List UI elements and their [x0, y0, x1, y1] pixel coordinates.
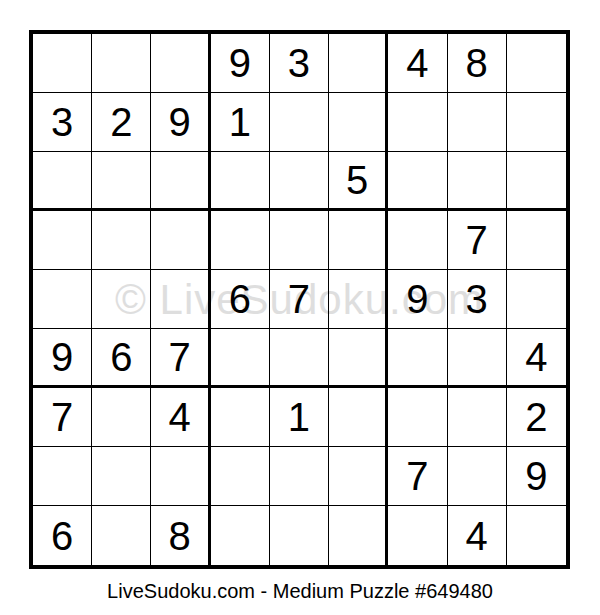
cell-r8c6[interactable] [329, 447, 388, 506]
cell-r7c9[interactable]: 2 [507, 388, 566, 447]
cell-r1c9[interactable] [507, 34, 566, 93]
cell-r3c5[interactable] [270, 152, 329, 211]
cell-r3c4[interactable] [211, 152, 270, 211]
cell-r4c6[interactable] [329, 211, 388, 270]
cell-r6c2[interactable]: 6 [92, 329, 151, 388]
cell-r3c2[interactable] [92, 152, 151, 211]
cell-r4c5[interactable] [270, 211, 329, 270]
cell-r8c3[interactable] [151, 447, 210, 506]
cell-r3c7[interactable] [388, 152, 447, 211]
cell-r2c4[interactable]: 1 [211, 93, 270, 152]
cell-r9c5[interactable] [270, 506, 329, 565]
cell-r1c3[interactable] [151, 34, 210, 93]
cell-r8c9[interactable]: 9 [507, 447, 566, 506]
cell-r9c3[interactable]: 8 [151, 506, 210, 565]
cell-r5c3[interactable] [151, 270, 210, 329]
cell-r9c6[interactable] [329, 506, 388, 565]
cell-r7c8[interactable] [448, 388, 507, 447]
cell-r8c8[interactable] [448, 447, 507, 506]
cell-r1c8[interactable]: 8 [448, 34, 507, 93]
cell-r1c5[interactable]: 3 [270, 34, 329, 93]
cell-r2c5[interactable] [270, 93, 329, 152]
cell-r6c4[interactable] [211, 329, 270, 388]
cell-r6c1[interactable]: 9 [33, 329, 92, 388]
cell-r9c1[interactable]: 6 [33, 506, 92, 565]
cell-r4c4[interactable] [211, 211, 270, 270]
cell-r7c5[interactable]: 1 [270, 388, 329, 447]
cell-r5c5[interactable]: 7 [270, 270, 329, 329]
cell-r5c4[interactable]: 6 [211, 270, 270, 329]
cell-r7c7[interactable] [388, 388, 447, 447]
cell-r4c8[interactable]: 7 [448, 211, 507, 270]
cell-r3c8[interactable] [448, 152, 507, 211]
cell-r5c6[interactable] [329, 270, 388, 329]
cell-r7c4[interactable] [211, 388, 270, 447]
cell-r6c5[interactable] [270, 329, 329, 388]
cell-r6c7[interactable] [388, 329, 447, 388]
cell-r9c2[interactable] [92, 506, 151, 565]
caption: LiveSudoku.com - Medium Puzzle #649480 [0, 580, 600, 603]
cell-r2c7[interactable] [388, 93, 447, 152]
cell-r5c8[interactable]: 3 [448, 270, 507, 329]
cell-r6c3[interactable]: 7 [151, 329, 210, 388]
cell-r6c6[interactable] [329, 329, 388, 388]
cell-r6c8[interactable] [448, 329, 507, 388]
cell-r2c2[interactable]: 2 [92, 93, 151, 152]
cell-r9c4[interactable] [211, 506, 270, 565]
cell-r7c1[interactable]: 7 [33, 388, 92, 447]
cell-r8c7[interactable]: 7 [388, 447, 447, 506]
cell-r4c1[interactable] [33, 211, 92, 270]
cell-r2c6[interactable] [329, 93, 388, 152]
cell-r2c3[interactable]: 9 [151, 93, 210, 152]
cell-r5c1[interactable] [33, 270, 92, 329]
cell-r7c2[interactable] [92, 388, 151, 447]
cell-r8c1[interactable] [33, 447, 92, 506]
cell-r8c4[interactable] [211, 447, 270, 506]
cell-r9c8[interactable]: 4 [448, 506, 507, 565]
cell-r4c2[interactable] [92, 211, 151, 270]
cell-r1c6[interactable] [329, 34, 388, 93]
cell-r2c1[interactable]: 3 [33, 93, 92, 152]
cell-r9c7[interactable] [388, 506, 447, 565]
cell-r7c6[interactable] [329, 388, 388, 447]
cell-r4c3[interactable] [151, 211, 210, 270]
cell-r8c5[interactable] [270, 447, 329, 506]
cell-r5c9[interactable] [507, 270, 566, 329]
cell-r3c3[interactable] [151, 152, 210, 211]
cell-r5c7[interactable]: 9 [388, 270, 447, 329]
cell-r8c2[interactable] [92, 447, 151, 506]
cell-r4c7[interactable] [388, 211, 447, 270]
cell-r3c6[interactable]: 5 [329, 152, 388, 211]
cell-r5c2[interactable] [92, 270, 151, 329]
sudoku-board: © LiveSudoku.com 93483291576793967474127… [29, 30, 570, 569]
cell-r2c8[interactable] [448, 93, 507, 152]
cell-r1c7[interactable]: 4 [388, 34, 447, 93]
cell-r1c2[interactable] [92, 34, 151, 93]
sudoku-page: © LiveSudoku.com 93483291576793967474127… [0, 0, 600, 615]
cell-r4c9[interactable] [507, 211, 566, 270]
cell-r7c3[interactable]: 4 [151, 388, 210, 447]
cell-r2c9[interactable] [507, 93, 566, 152]
sudoku-grid: 934832915767939674741279684 [33, 34, 566, 565]
cell-r1c1[interactable] [33, 34, 92, 93]
cell-r1c4[interactable]: 9 [211, 34, 270, 93]
cell-r3c1[interactable] [33, 152, 92, 211]
cell-r9c9[interactable] [507, 506, 566, 565]
cell-r6c9[interactable]: 4 [507, 329, 566, 388]
cell-r3c9[interactable] [507, 152, 566, 211]
